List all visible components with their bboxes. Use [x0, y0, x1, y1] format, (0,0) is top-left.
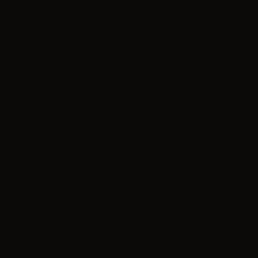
chess-board [2, 2, 256, 256]
board-frame [0, 0, 258, 258]
